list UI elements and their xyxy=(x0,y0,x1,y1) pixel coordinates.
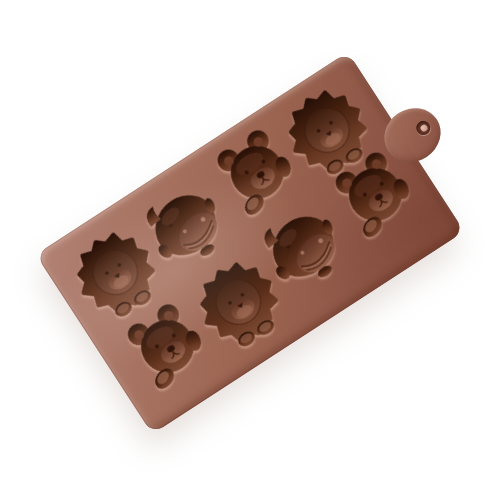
product-photo xyxy=(0,0,500,500)
hang-hole xyxy=(414,118,433,137)
chocolate-mold xyxy=(36,52,465,434)
cavity-grid xyxy=(36,52,348,255)
hang-hole-center xyxy=(419,123,429,133)
